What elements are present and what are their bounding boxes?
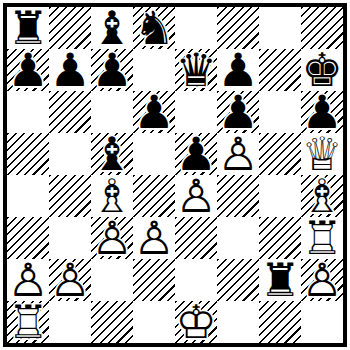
piece-glyph: ♟ — [91, 49, 133, 91]
square-c3[interactable]: ♟♙ — [91, 217, 133, 259]
piece-white-pawn: ♟♙ — [133, 217, 175, 259]
square-f1[interactable] — [217, 301, 259, 343]
piece-glyph: ♟ — [7, 49, 49, 91]
board-border: ♜♜♝♝♞♞♟♟♟♟♟♟♛♛♟♟♚♚♟♟♟♟♟♟♝♝♟♟♟♙♛♕♝♗♟♙♝♗♟♙… — [3, 3, 347, 347]
square-e3[interactable] — [175, 217, 217, 259]
piece-black-pawn: ♟♟ — [91, 49, 133, 91]
square-e4[interactable]: ♟♙ — [175, 175, 217, 217]
square-g6[interactable] — [259, 91, 301, 133]
square-b7[interactable]: ♟♟ — [49, 49, 91, 91]
square-f5[interactable]: ♟♙ — [217, 133, 259, 175]
square-g1[interactable] — [259, 301, 301, 343]
piece-glyph: ♟ — [49, 49, 91, 91]
square-h1[interactable] — [301, 301, 343, 343]
piece-white-pawn: ♟♙ — [49, 259, 91, 301]
square-g5[interactable] — [259, 133, 301, 175]
square-b4[interactable] — [49, 175, 91, 217]
square-h2[interactable]: ♟♙ — [301, 259, 343, 301]
piece-white-pawn: ♟♙ — [175, 175, 217, 217]
square-c1[interactable] — [91, 301, 133, 343]
square-e1[interactable]: ♚♔ — [175, 301, 217, 343]
square-d8[interactable]: ♞♞ — [133, 7, 175, 49]
square-f2[interactable] — [217, 259, 259, 301]
piece-black-pawn: ♟♟ — [7, 49, 49, 91]
square-b1[interactable] — [49, 301, 91, 343]
piece-glyph: ♙ — [133, 217, 175, 259]
square-d1[interactable] — [133, 301, 175, 343]
piece-black-rook: ♜♜ — [259, 259, 301, 301]
piece-black-knight: ♞♞ — [133, 7, 175, 49]
piece-glyph: ♜ — [259, 259, 301, 301]
piece-glyph: ♖ — [7, 301, 49, 343]
square-e7[interactable]: ♛♛ — [175, 49, 217, 91]
square-a5[interactable] — [7, 133, 49, 175]
square-g8[interactable] — [259, 7, 301, 49]
piece-glyph: ♙ — [49, 259, 91, 301]
piece-black-queen: ♛♛ — [175, 49, 217, 91]
square-b6[interactable] — [49, 91, 91, 133]
piece-white-pawn: ♟♙ — [217, 133, 259, 175]
chess-diagram: ♜♜♝♝♞♞♟♟♟♟♟♟♛♛♟♟♚♚♟♟♟♟♟♟♝♝♟♟♟♙♛♕♝♗♟♙♝♗♟♙… — [0, 0, 350, 350]
square-a1[interactable]: ♜♖ — [7, 301, 49, 343]
piece-black-pawn: ♟♟ — [49, 49, 91, 91]
square-c2[interactable] — [91, 259, 133, 301]
piece-white-king: ♚♔ — [175, 301, 217, 343]
chess-board: ♜♜♝♝♞♞♟♟♟♟♟♟♛♛♟♟♚♚♟♟♟♟♟♟♝♝♟♟♟♙♛♕♝♗♟♙♝♗♟♙… — [7, 7, 343, 343]
square-d6[interactable]: ♟♟ — [133, 91, 175, 133]
piece-white-rook: ♜♖ — [7, 301, 49, 343]
piece-glyph: ♙ — [301, 259, 343, 301]
square-f3[interactable] — [217, 217, 259, 259]
square-f4[interactable] — [217, 175, 259, 217]
piece-black-pawn: ♟♟ — [133, 91, 175, 133]
square-g4[interactable] — [259, 175, 301, 217]
piece-glyph: ♙ — [217, 133, 259, 175]
square-a6[interactable] — [7, 91, 49, 133]
square-a7[interactable]: ♟♟ — [7, 49, 49, 91]
square-d2[interactable] — [133, 259, 175, 301]
square-a4[interactable] — [7, 175, 49, 217]
square-d3[interactable]: ♟♙ — [133, 217, 175, 259]
piece-glyph: ♛ — [175, 49, 217, 91]
piece-white-pawn: ♟♙ — [301, 259, 343, 301]
square-b2[interactable]: ♟♙ — [49, 259, 91, 301]
piece-glyph: ♔ — [175, 301, 217, 343]
piece-glyph: ♙ — [175, 175, 217, 217]
square-b5[interactable] — [49, 133, 91, 175]
square-g7[interactable] — [259, 49, 301, 91]
piece-glyph: ♟ — [133, 91, 175, 133]
piece-glyph: ♞ — [133, 7, 175, 49]
piece-white-pawn: ♟♙ — [91, 217, 133, 259]
square-d5[interactable] — [133, 133, 175, 175]
square-g2[interactable]: ♜♜ — [259, 259, 301, 301]
piece-glyph: ♙ — [91, 217, 133, 259]
square-c7[interactable]: ♟♟ — [91, 49, 133, 91]
